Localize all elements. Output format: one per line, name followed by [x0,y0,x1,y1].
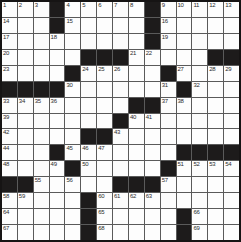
clue-number: 5 [82,2,85,9]
cell-r6-c7[interactable] [97,82,112,97]
cell-r4-c9[interactable]: 21 [129,50,144,65]
cell-r14-c1[interactable]: 64 [2,209,17,224]
cell-r15-c2[interactable] [18,225,33,240]
cell-r15-c5[interactable] [65,225,80,240]
cell-r15-c14[interactable] [208,225,223,240]
cell-r11-c14[interactable]: 53 [208,161,223,176]
cell-r7-c6[interactable] [81,98,96,113]
black-cell-r14-c12 [177,209,192,224]
cell-r4-c12[interactable] [177,50,192,65]
clue-number: 34 [19,98,25,105]
cell-r3-c3[interactable] [34,34,49,49]
black-cell-r14-c6 [81,209,96,224]
cell-r5-c13[interactable] [192,66,207,81]
cell-r2-c14[interactable] [208,18,223,33]
cell-r6-c15[interactable] [224,82,239,97]
cell-r9-c14[interactable] [208,129,223,144]
cell-r12-c6[interactable] [81,177,96,192]
cell-r2-c5[interactable]: 15 [65,18,80,33]
cell-r1-c1[interactable]: 1 [2,2,17,17]
clue-number: 46 [82,145,88,152]
cell-r4-c4[interactable] [50,50,65,65]
black-cell-r12-c10 [145,177,160,192]
black-cell-r7-c9 [129,98,144,113]
black-cell-r12-c1 [2,177,17,192]
black-cell-r13-c6 [81,193,96,208]
cell-r2-c8[interactable] [113,18,128,33]
cell-r10-c9[interactable] [129,145,144,160]
cell-r9-c10[interactable] [145,129,160,144]
cell-r5-c6[interactable]: 24 [81,66,96,81]
clue-number: 27 [178,66,184,73]
clue-number: 14 [3,18,9,25]
cell-r8-c13[interactable] [192,114,207,129]
cell-r3-c6[interactable] [81,34,96,49]
cell-r11-c4[interactable]: 49 [50,161,65,176]
cell-r11-c12[interactable]: 51 [177,161,192,176]
black-cell-r6-c12 [177,82,192,97]
clue-number: 36 [51,98,57,105]
black-cell-r15-c12 [177,225,192,240]
cell-r9-c8[interactable]: 43 [113,129,128,144]
clue-number: 29 [225,66,231,73]
cell-r8-c5[interactable] [65,114,80,129]
cell-r8-c12[interactable] [177,114,192,129]
cell-r2-c11[interactable]: 16 [161,18,176,33]
cell-r2-c13[interactable] [192,18,207,33]
cell-r12-c11[interactable]: 57 [161,177,176,192]
cell-r9-c9[interactable] [129,129,144,144]
cell-r11-c9[interactable] [129,161,144,176]
cell-r13-c8[interactable]: 61 [113,193,128,208]
cell-r14-c9[interactable] [129,209,144,224]
cell-r1-c13[interactable]: 11 [192,2,207,17]
cell-r13-c10[interactable]: 63 [145,193,160,208]
cell-r6-c13[interactable]: 32 [192,82,207,97]
cell-r14-c3[interactable] [34,209,49,224]
cell-r5-c8[interactable]: 26 [113,66,128,81]
cell-r6-c10[interactable] [145,82,160,97]
clue-number: 9 [162,2,165,9]
cell-r5-c12[interactable]: 27 [177,66,192,81]
clue-number: 35 [35,98,41,105]
cell-r13-c14[interactable] [208,193,223,208]
black-cell-r4-c14 [208,50,223,65]
clue-number: 8 [130,2,133,9]
cell-r10-c8[interactable] [113,145,128,160]
cell-r1-c3[interactable]: 3 [34,2,49,17]
clue-number: 59 [19,193,25,200]
cell-r9-c4[interactable] [50,129,65,144]
cell-r5-c4[interactable] [50,66,65,81]
cell-r15-c7[interactable]: 68 [97,225,112,240]
cell-r8-c4[interactable] [50,114,65,129]
cell-r14-c15[interactable] [224,209,239,224]
cell-r4-c11[interactable] [161,50,176,65]
cell-r15-c10[interactable] [145,225,160,240]
cell-r6-c14[interactable] [208,82,223,97]
cell-r7-c13[interactable] [192,98,207,113]
cell-r3-c4[interactable]: 18 [50,34,65,49]
cell-r3-c8[interactable] [113,34,128,49]
cell-r6-c11[interactable]: 31 [161,82,176,97]
clue-number: 55 [35,177,41,184]
clue-number: 6 [98,2,101,9]
clue-number: 22 [146,50,152,57]
black-cell-r12-c8 [113,177,128,192]
cell-r1-c15[interactable]: 13 [224,2,239,17]
cell-r8-c2[interactable] [18,114,33,129]
cell-r11-c8[interactable] [113,161,128,176]
clue-number: 17 [3,34,9,41]
cell-r2-c9[interactable] [129,18,144,33]
cell-r8-c15[interactable] [224,114,239,129]
cell-r3-c12[interactable] [177,34,192,49]
cell-r12-c14[interactable] [208,177,223,192]
cell-r5-c9[interactable] [129,66,144,81]
cell-r13-c1[interactable]: 58 [2,193,17,208]
cell-r9-c11[interactable] [161,129,176,144]
cell-r15-c1[interactable]: 67 [2,225,17,240]
cell-r14-c11[interactable] [161,209,176,224]
clue-number: 13 [225,2,231,9]
clue-number: 33 [3,98,9,105]
clue-number: 11 [193,2,199,9]
cell-r4-c2[interactable] [18,50,33,65]
cell-r7-c1[interactable]: 33 [2,98,17,113]
cell-r10-c5[interactable]: 45 [65,145,80,160]
cell-r12-c15[interactable] [224,177,239,192]
cell-r5-c15[interactable]: 29 [224,66,239,81]
cell-r7-c2[interactable]: 34 [18,98,33,113]
cell-r3-c11[interactable]: 19 [161,34,176,49]
black-cell-r8-c8 [113,114,128,129]
cell-r8-c11[interactable] [161,114,176,129]
cell-r13-c13[interactable] [192,193,207,208]
cell-r15-c11[interactable] [161,225,176,240]
cell-r10-c1[interactable]: 44 [2,145,17,160]
clue-number: 63 [146,193,152,200]
cell-r10-c10[interactable] [145,145,160,160]
cell-r6-c8[interactable] [113,82,128,97]
cell-r11-c2[interactable] [18,161,33,176]
cell-r15-c3[interactable] [34,225,49,240]
clue-number: 32 [193,82,199,89]
cell-r7-c4[interactable]: 36 [50,98,65,113]
cell-r13-c15[interactable] [224,193,239,208]
cell-r8-c7[interactable] [97,114,112,129]
clue-number: 60 [98,193,104,200]
cell-r13-c5[interactable] [65,193,80,208]
cell-r10-c2[interactable] [18,145,33,160]
black-cell-r11-c5 [65,161,80,176]
clue-number: 21 [130,50,136,57]
clue-number: 39 [3,114,9,121]
cell-r15-c13[interactable]: 69 [192,225,207,240]
cell-r7-c5[interactable] [65,98,80,113]
cell-r1-c6[interactable]: 5 [81,2,96,17]
clue-number: 38 [178,98,184,105]
cell-r6-c6[interactable] [81,82,96,97]
clue-number: 45 [66,145,72,152]
cell-r8-c6[interactable] [81,114,96,129]
cell-r10-c7[interactable]: 47 [97,145,112,160]
cell-r10-c6[interactable]: 46 [81,145,96,160]
clue-number: 54 [225,161,231,168]
black-cell-r10-c4 [50,145,65,160]
clue-number: 47 [98,145,104,152]
black-cell-r4-c8 [113,50,128,65]
cell-r15-c15[interactable] [224,225,239,240]
clue-number: 62 [130,193,136,200]
cell-r14-c7[interactable]: 65 [97,209,112,224]
clue-number: 67 [3,225,9,232]
black-cell-r2-c4 [50,18,65,33]
clue-number: 3 [35,2,38,9]
cell-r4-c1[interactable]: 20 [2,50,17,65]
cell-r9-c1[interactable]: 42 [2,129,17,144]
cell-r2-c15[interactable] [224,18,239,33]
cell-r11-c7[interactable] [97,161,112,176]
clue-number: 37 [162,98,168,105]
black-cell-r6-c1 [2,82,17,97]
cell-r14-c13[interactable]: 66 [192,209,207,224]
cell-r7-c11[interactable]: 37 [161,98,176,113]
clue-number: 10 [178,2,184,9]
cell-r2-c7[interactable] [97,18,112,33]
cell-r13-c12[interactable] [177,193,192,208]
black-cell-r11-c11 [161,161,176,176]
cell-r1-c7[interactable]: 6 [97,2,112,17]
cell-r12-c5[interactable]: 56 [65,177,80,192]
clue-number: 57 [162,177,168,184]
cell-r9-c12[interactable] [177,129,192,144]
clue-number: 44 [3,145,9,152]
black-cell-r5-c11 [161,66,176,81]
cell-r3-c9[interactable] [129,34,144,49]
cell-r7-c14[interactable] [208,98,223,113]
cell-r12-c3[interactable]: 55 [34,177,49,192]
cell-r11-c3[interactable] [34,161,49,176]
clue-number: 23 [3,66,9,73]
cell-r4-c3[interactable] [34,50,49,65]
cell-r1-c2[interactable]: 2 [18,2,33,17]
cell-r2-c6[interactable] [81,18,96,33]
cell-r3-c14[interactable] [208,34,223,49]
cell-r3-c2[interactable] [18,34,33,49]
clue-number: 52 [193,161,199,168]
clue-number: 61 [114,193,120,200]
cell-r8-c10[interactable]: 41 [145,114,160,129]
clue-number: 25 [98,66,104,73]
cell-r13-c9[interactable]: 62 [129,193,144,208]
cell-r11-c15[interactable]: 54 [224,161,239,176]
cell-r3-c7[interactable] [97,34,112,49]
cell-r1-c12[interactable]: 10 [177,2,192,17]
black-cell-r1-c10 [145,2,160,17]
cell-r6-c5[interactable]: 30 [65,82,80,97]
black-cell-r15-c6 [81,225,96,240]
clue-number: 12 [209,2,215,9]
cell-r5-c2[interactable] [18,66,33,81]
black-cell-r10-c13 [192,145,207,160]
black-cell-r5-c5 [65,66,80,81]
black-cell-r2-c10 [145,18,160,33]
cell-r15-c4[interactable] [50,225,65,240]
clue-number: 49 [51,161,57,168]
clue-number: 50 [82,161,88,168]
clue-number: 41 [146,114,152,121]
cell-r8-c14[interactable] [208,114,223,129]
cell-r5-c14[interactable]: 28 [208,66,223,81]
cell-r7-c7[interactable] [97,98,112,113]
cell-r2-c1[interactable]: 14 [2,18,17,33]
cell-r13-c11[interactable] [161,193,176,208]
clue-number: 24 [82,66,88,73]
clue-number: 65 [98,209,104,216]
clue-number: 20 [3,50,9,57]
cell-r11-c6[interactable]: 50 [81,161,96,176]
cell-r13-c2[interactable]: 59 [18,193,33,208]
clue-number: 31 [162,82,168,89]
cell-r7-c8[interactable] [113,98,128,113]
cell-r14-c10[interactable] [145,209,160,224]
black-cell-r9-c7 [97,129,112,144]
cell-r9-c13[interactable] [192,129,207,144]
crossword-puzzle: 1234567891011121314151617181920212223242… [0,0,241,242]
cell-r3-c5[interactable] [65,34,80,49]
cell-r13-c3[interactable] [34,193,49,208]
clue-number: 2 [19,2,22,9]
cell-r4-c5[interactable] [65,50,80,65]
clue-number: 64 [3,209,9,216]
black-cell-r10-c14 [208,145,223,160]
clue-number: 42 [3,129,9,136]
cell-r12-c13[interactable] [192,177,207,192]
clue-number: 16 [162,18,168,25]
clue-number: 58 [3,193,9,200]
cell-r15-c9[interactable] [129,225,144,240]
clue-number: 56 [66,177,72,184]
black-cell-r12-c2 [18,177,33,192]
cell-r15-c8[interactable] [113,225,128,240]
clue-number: 43 [114,129,120,136]
black-cell-r6-c2 [18,82,33,97]
cell-r11-c1[interactable]: 48 [2,161,17,176]
cell-r9-c2[interactable] [18,129,33,144]
black-cell-r1-c4 [50,2,65,17]
black-cell-r12-c9 [129,177,144,192]
clue-number: 1 [3,2,6,9]
clue-number: 53 [209,161,215,168]
clue-number: 15 [66,18,72,25]
cell-r14-c2[interactable] [18,209,33,224]
cell-r12-c4[interactable] [50,177,65,192]
cell-r12-c7[interactable] [97,177,112,192]
clue-number: 26 [114,66,120,73]
cell-r1-c5[interactable]: 4 [65,2,80,17]
black-cell-r7-c10 [145,98,160,113]
cell-r3-c1[interactable]: 17 [2,34,17,49]
clue-number: 48 [3,161,9,168]
black-cell-r3-c10 [145,34,160,49]
clue-number: 7 [114,2,117,9]
clue-number: 51 [178,161,184,168]
cell-r11-c13[interactable]: 52 [192,161,207,176]
cell-r5-c10[interactable] [145,66,160,81]
cell-r7-c15[interactable] [224,98,239,113]
cell-r5-c3[interactable] [34,66,49,81]
cell-r8-c1[interactable]: 39 [2,114,17,129]
cell-r11-c10[interactable] [145,161,160,176]
black-cell-r6-c3 [34,82,49,97]
black-cell-r4-c6 [81,50,96,65]
cell-r9-c15[interactable] [224,129,239,144]
cell-r1-c9[interactable]: 8 [129,2,144,17]
cell-r4-c13[interactable] [192,50,207,65]
cell-r14-c5[interactable] [65,209,80,224]
cell-r13-c4[interactable] [50,193,65,208]
cell-r7-c12[interactable]: 38 [177,98,192,113]
black-cell-r6-c4 [50,82,65,97]
black-cell-r10-c12 [177,145,192,160]
cell-r2-c2[interactable] [18,18,33,33]
cell-r7-c3[interactable]: 35 [34,98,49,113]
cell-r10-c11[interactable] [161,145,176,160]
clue-number: 4 [66,2,69,9]
clue-number: 69 [193,225,199,232]
cell-r8-c3[interactable] [34,114,49,129]
cell-r1-c11[interactable]: 9 [161,2,176,17]
clue-number: 40 [130,114,136,121]
cell-r4-c10[interactable]: 22 [145,50,160,65]
cell-r6-c9[interactable] [129,82,144,97]
cell-r9-c5[interactable] [65,129,80,144]
crossword-grid: 1234567891011121314151617181920212223242… [0,0,241,242]
cell-r10-c3[interactable] [34,145,49,160]
cell-r9-c3[interactable] [34,129,49,144]
cell-r14-c8[interactable] [113,209,128,224]
cell-r14-c14[interactable] [208,209,223,224]
clue-number: 19 [162,34,168,41]
clue-number: 28 [209,66,215,73]
cell-r14-c4[interactable] [50,209,65,224]
clue-number: 18 [51,34,57,41]
cell-r5-c7[interactable]: 25 [97,66,112,81]
black-cell-r9-c6 [81,129,96,144]
black-cell-r4-c7 [97,50,112,65]
cell-r3-c13[interactable] [192,34,207,49]
black-cell-r4-c15 [224,50,239,65]
cell-r1-c8[interactable]: 7 [113,2,128,17]
cell-r1-c14[interactable]: 12 [208,2,223,17]
cell-r13-c7[interactable]: 60 [97,193,112,208]
clue-number: 66 [193,209,199,216]
cell-r8-c9[interactable]: 40 [129,114,144,129]
cell-r12-c12[interactable] [177,177,192,192]
black-cell-r10-c15 [224,145,239,160]
cell-r5-c1[interactable]: 23 [2,66,17,81]
cell-r3-c15[interactable] [224,34,239,49]
cell-r2-c3[interactable] [34,18,49,33]
clue-number: 68 [98,225,104,232]
clue-number: 30 [66,82,72,89]
cell-r2-c12[interactable] [177,18,192,33]
